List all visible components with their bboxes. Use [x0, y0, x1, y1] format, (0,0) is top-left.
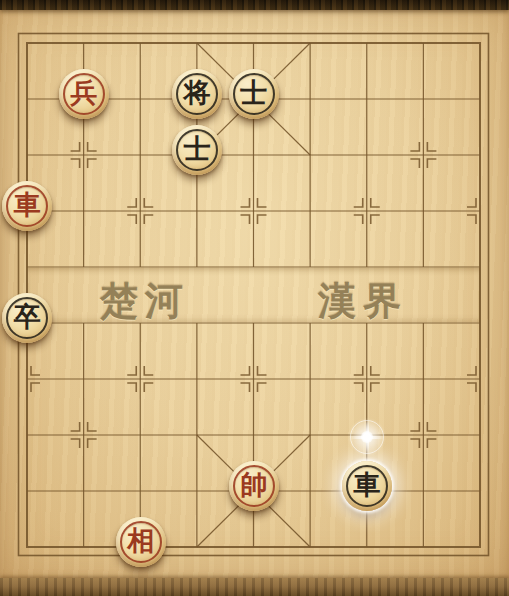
cell-6-7: [339, 407, 396, 463]
piece-black-advisor-2[interactable]: 士: [172, 125, 222, 175]
cell-4-8: 帥: [226, 463, 283, 519]
piece-glyph: 士: [184, 136, 211, 163]
sparkle-effect-icon: [344, 414, 390, 460]
piece-black-general[interactable]: 将: [172, 69, 222, 119]
piece-glyph: 士: [240, 80, 267, 107]
piece-black-pawn[interactable]: 卒: [2, 293, 52, 343]
piece-glyph: 将: [184, 80, 211, 107]
cell-4-1: 士: [226, 71, 283, 127]
piece-glyph: 車: [14, 192, 41, 219]
piece-glyph: 相: [127, 528, 154, 555]
piece-red-general[interactable]: 帥: [229, 461, 279, 511]
cell-0-3: 車: [0, 183, 56, 239]
table-edge-top: [0, 0, 509, 10]
piece-black-advisor-1[interactable]: 士: [229, 69, 279, 119]
cell-1-1: 兵: [56, 71, 113, 127]
piece-glyph: 卒: [14, 304, 41, 331]
cell-2-9: 相: [112, 519, 169, 575]
piece-black-chariot[interactable]: 車: [342, 461, 392, 511]
piece-glyph: 兵: [70, 80, 97, 107]
piece-layer: 兵将士士車卒帥車相: [0, 15, 509, 575]
piece-glyph: 帥: [240, 472, 267, 499]
piece-red-chariot[interactable]: 車: [2, 181, 52, 231]
cell-3-1: 将: [169, 71, 226, 127]
cell-0-5: 卒: [0, 295, 56, 351]
piece-glyph: 車: [354, 472, 381, 499]
table-edge-bottom: [0, 578, 509, 596]
cell-3-2: 士: [169, 127, 226, 183]
piece-red-pawn[interactable]: 兵: [59, 69, 109, 119]
xiangqi-app: 楚河 漢界 兵将士士車卒帥車相: [0, 0, 509, 596]
cell-6-8: 車: [339, 463, 396, 519]
piece-red-elephant[interactable]: 相: [116, 517, 166, 567]
